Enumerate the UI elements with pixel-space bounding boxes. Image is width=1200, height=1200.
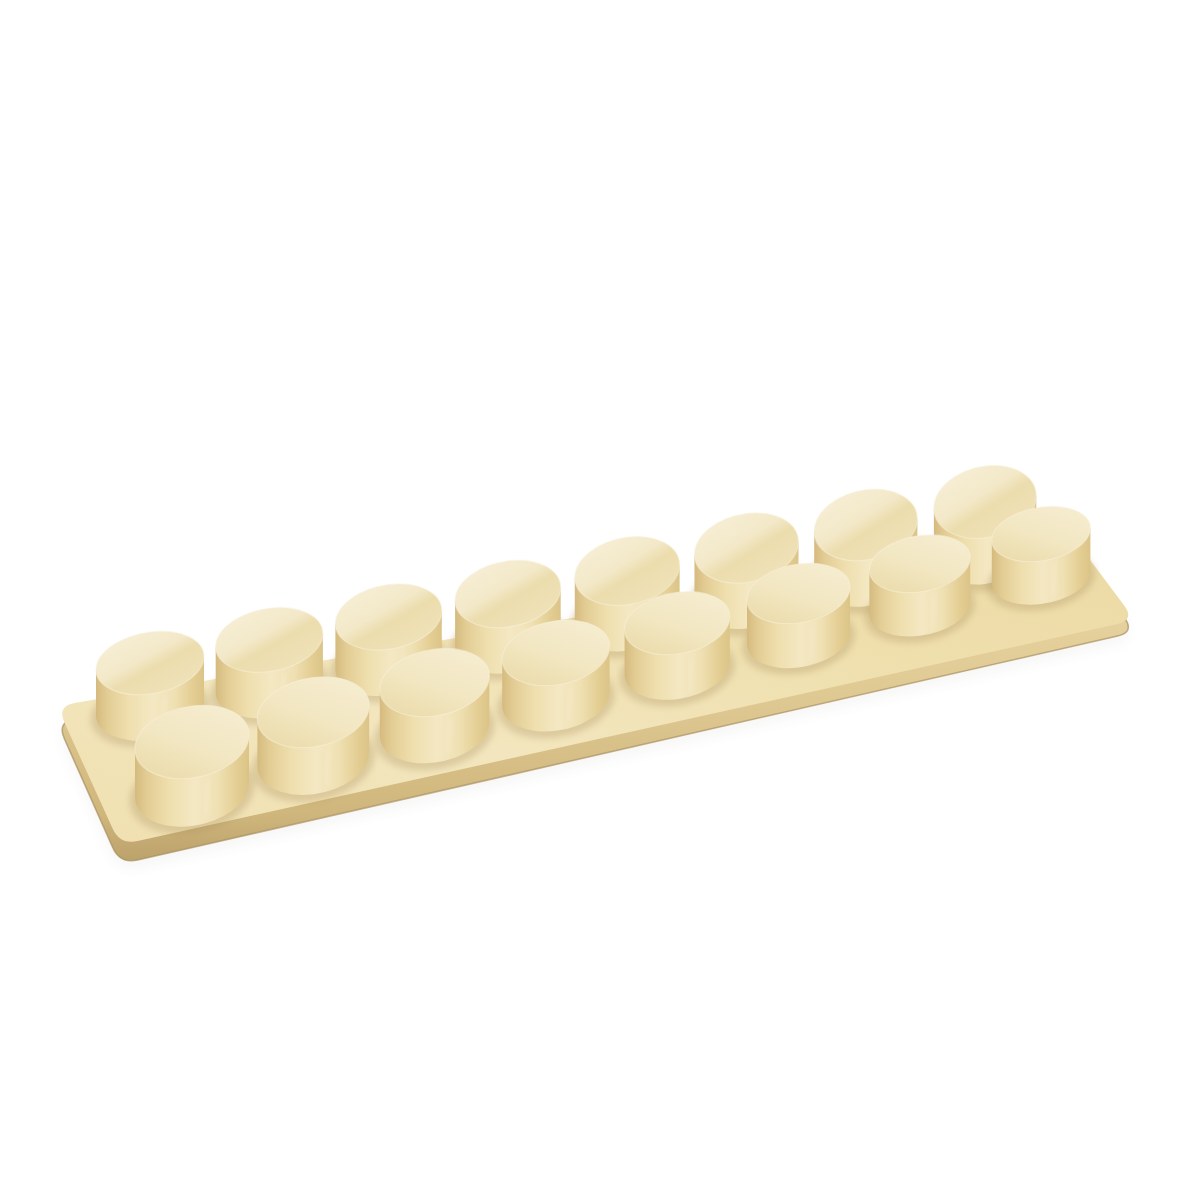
- piece-gloss-highlight: [811, 625, 814, 657]
- piece-gloss-highlight: [569, 687, 572, 720]
- piece-gloss-highlight: [932, 594, 935, 626]
- piece-gloss-highlight: [690, 656, 693, 688]
- piece-gloss-highlight: [206, 780, 209, 814]
- piece-gloss-highlight: [327, 749, 330, 782]
- piece-gloss-highlight: [1053, 563, 1056, 594]
- piece-tray-photo: [0, 0, 1200, 1200]
- product-photo-scene: [0, 0, 1200, 1200]
- piece-gloss-highlight: [448, 718, 451, 751]
